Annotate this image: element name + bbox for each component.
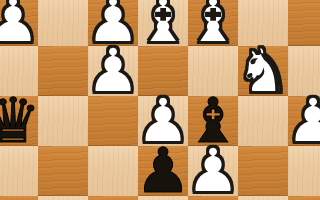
board-square-r4-c1[interactable] xyxy=(38,196,88,200)
board-square-r0-c3[interactable]: ♝ xyxy=(138,0,188,46)
board-square-r1-c5[interactable]: ♞ xyxy=(238,46,288,96)
white-pawn-piece[interactable]: ♟ xyxy=(85,46,141,96)
board-square-r3-c5[interactable] xyxy=(238,146,288,196)
white-knight-piece[interactable]: ♞ xyxy=(235,46,291,96)
black-pawn-piece[interactable]: ♟ xyxy=(135,146,191,196)
board-square-r4-c5[interactable] xyxy=(238,196,288,200)
board-square-r0-c6[interactable] xyxy=(288,0,320,46)
white-bishop-piece[interactable]: ♝ xyxy=(185,0,241,46)
board-square-r2-c1[interactable] xyxy=(38,96,88,146)
board-square-r4-c3[interactable] xyxy=(138,196,188,200)
white-pawn-piece[interactable]: ♟ xyxy=(185,146,241,196)
board-square-r4-c0[interactable] xyxy=(0,196,38,200)
chess-board: ♟♟♝♝♟♞♛♟♝♟♟♟ xyxy=(0,0,320,200)
board-square-r0-c0[interactable]: ♟ xyxy=(0,0,38,46)
board-square-r3-c1[interactable] xyxy=(38,146,88,196)
board-square-r0-c4[interactable]: ♝ xyxy=(188,0,238,46)
board-square-r2-c0[interactable]: ♛ xyxy=(0,96,38,146)
white-bishop-piece[interactable]: ♝ xyxy=(135,0,191,46)
white-pawn-piece[interactable]: ♟ xyxy=(0,0,41,46)
board-square-r3-c3[interactable]: ♟ xyxy=(138,146,188,196)
board-square-r2-c2[interactable] xyxy=(88,96,138,146)
board-square-r2-c6[interactable]: ♟ xyxy=(288,96,320,146)
board-square-r2-c5[interactable] xyxy=(238,96,288,146)
white-pawn-piece[interactable]: ♟ xyxy=(285,96,320,146)
board-square-r0-c1[interactable] xyxy=(38,0,88,46)
board-square-r4-c6[interactable] xyxy=(288,196,320,200)
board-square-r1-c1[interactable] xyxy=(38,46,88,96)
board-square-r4-c4[interactable] xyxy=(188,196,238,200)
board-square-r3-c4[interactable]: ♟ xyxy=(188,146,238,196)
board-square-r1-c2[interactable]: ♟ xyxy=(88,46,138,96)
board-square-r3-c6[interactable] xyxy=(288,146,320,196)
chess-board-grid: ♟♟♝♝♟♞♛♟♝♟♟♟ xyxy=(0,0,320,200)
board-square-r3-c2[interactable] xyxy=(88,146,138,196)
board-square-r3-c0[interactable] xyxy=(0,146,38,196)
black-queen-piece[interactable]: ♛ xyxy=(0,96,41,146)
board-square-r4-c2[interactable] xyxy=(88,196,138,200)
